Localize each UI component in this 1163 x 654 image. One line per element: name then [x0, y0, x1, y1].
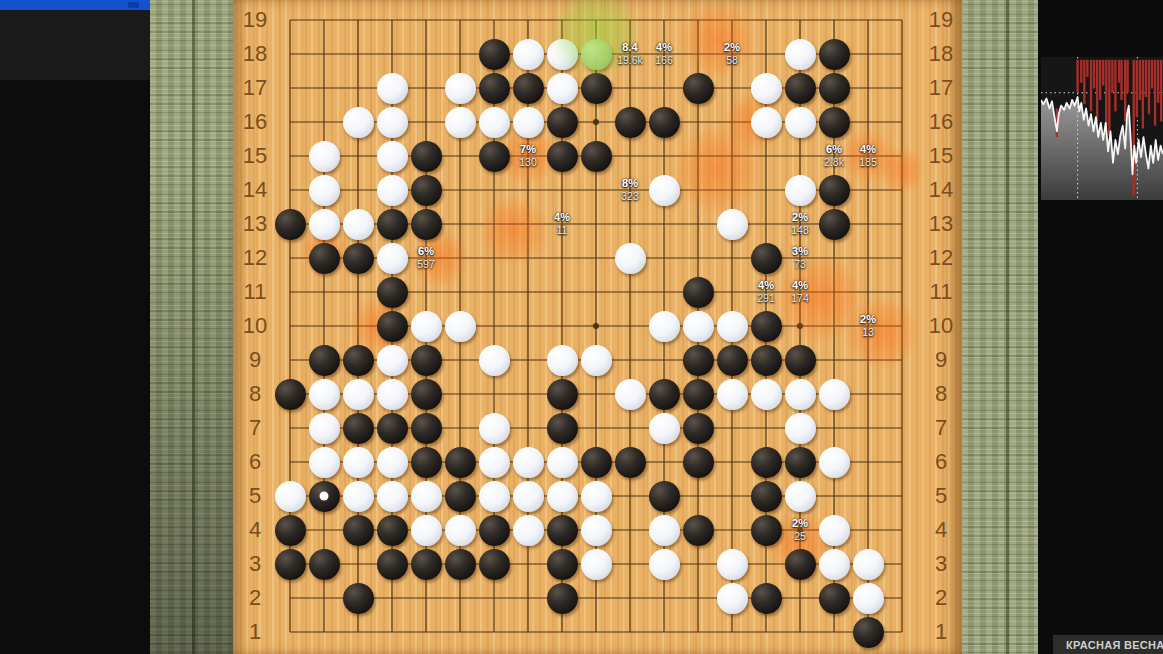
black-stone [683, 73, 714, 104]
white-stone [377, 73, 408, 104]
white-stone [819, 549, 850, 580]
white-stone [751, 73, 782, 104]
suggestion-visits: 130 [519, 156, 537, 169]
white-stone [581, 515, 612, 546]
black-stone [343, 583, 374, 614]
coordinate-label: 4 [921, 517, 961, 543]
coordinate-label: 15 [921, 143, 961, 169]
black-stone [343, 243, 374, 274]
white-stone [785, 39, 816, 70]
black-stone [479, 39, 510, 70]
white-stone [649, 549, 680, 580]
coordinate-label: 19 [921, 7, 961, 33]
coordinate-label: 8 [921, 381, 961, 407]
white-stone [751, 107, 782, 138]
white-stone [853, 583, 884, 614]
coordinate-label: 12 [921, 245, 961, 271]
black-stone [751, 311, 782, 342]
white-stone [275, 481, 306, 512]
tatami-shadow [150, 0, 233, 654]
white-stone [785, 379, 816, 410]
black-stone [819, 73, 850, 104]
black-stone [819, 107, 850, 138]
suggestion-winrate: 8% [622, 177, 638, 190]
white-stone [309, 379, 340, 410]
white-stone [343, 379, 374, 410]
coordinate-label: 6 [235, 449, 275, 475]
black-stone [581, 447, 612, 478]
coordinate-label: 19 [235, 7, 275, 33]
black-stone [819, 39, 850, 70]
black-stone [411, 345, 442, 376]
white-stone [513, 515, 544, 546]
white-stone [343, 107, 374, 138]
white-stone [785, 481, 816, 512]
white-stone [445, 515, 476, 546]
screenshot-root: 19181716151413121110987654321 1918171615… [0, 0, 1163, 654]
suggestion-winrate: 4% [860, 143, 876, 156]
black-stone [819, 583, 850, 614]
move-suggestion[interactable]: 4%166 [636, 41, 692, 67]
black-stone [411, 175, 442, 206]
white-stone [445, 311, 476, 342]
white-stone [411, 515, 442, 546]
black-stone [683, 447, 714, 478]
coordinate-label: 1 [235, 619, 275, 645]
black-stone [785, 549, 816, 580]
white-stone [445, 107, 476, 138]
move-suggestion[interactable]: 8%323 [602, 177, 658, 203]
suggestion-winrate: 2% [792, 211, 808, 224]
suggestion-winrate: 2% [860, 313, 876, 326]
suggestion-visits: 323 [621, 190, 639, 203]
coordinate-label: 9 [235, 347, 275, 373]
coordinate-label: 13 [235, 211, 275, 237]
white-stone [547, 481, 578, 512]
move-suggestion[interactable]: 4%11 [534, 211, 590, 237]
suggestion-visits: 185 [859, 156, 877, 169]
white-stone [581, 345, 612, 376]
black-stone [377, 413, 408, 444]
coordinate-label: 5 [235, 483, 275, 509]
suggestion-visits: 166 [655, 54, 673, 67]
black-stone [649, 107, 680, 138]
white-stone [853, 549, 884, 580]
watermark-text: КРАСНАЯ ВЕСНА [1066, 639, 1163, 651]
black-stone [479, 73, 510, 104]
black-stone [275, 515, 306, 546]
black-stone [445, 481, 476, 512]
white-stone [377, 175, 408, 206]
coordinate-label: 7 [235, 415, 275, 441]
black-stone [751, 447, 782, 478]
coordinate-label: 18 [921, 41, 961, 67]
suggestion-winrate: 4% [656, 41, 672, 54]
black-stone [411, 141, 442, 172]
black-stone [649, 481, 680, 512]
black-stone [785, 447, 816, 478]
white-stone [649, 311, 680, 342]
white-stone [581, 481, 612, 512]
suggestion-visits: 148 [791, 224, 809, 237]
black-stone [683, 277, 714, 308]
tatami-mat-right [962, 0, 1038, 654]
coordinate-label: 17 [235, 75, 275, 101]
white-stone [751, 379, 782, 410]
white-stone [683, 311, 714, 342]
coordinate-label: 17 [921, 75, 961, 101]
white-stone [717, 379, 748, 410]
white-stone [785, 107, 816, 138]
black-stone [275, 209, 306, 240]
coordinate-label: 2 [921, 585, 961, 611]
black-stone [853, 617, 884, 648]
white-stone [377, 107, 408, 138]
white-stone [649, 413, 680, 444]
coordinate-label: 10 [235, 313, 275, 339]
black-stone [547, 515, 578, 546]
white-stone [309, 447, 340, 478]
white-stone [717, 209, 748, 240]
suggestion-winrate: 6% [418, 245, 434, 258]
white-stone [547, 345, 578, 376]
left-panel [0, 10, 150, 80]
white-stone [377, 447, 408, 478]
black-stone [479, 549, 510, 580]
white-stone [649, 515, 680, 546]
move-suggestion[interactable]: 4%174 [772, 279, 828, 305]
black-stone [683, 345, 714, 376]
black-stone [683, 413, 714, 444]
move-suggestion[interactable]: 6%597 [398, 245, 454, 271]
coordinate-label: 4 [235, 517, 275, 543]
white-stone [343, 447, 374, 478]
top-left-blue-bar [0, 0, 150, 10]
coordinate-label: 6 [921, 449, 961, 475]
coordinate-label: 9 [921, 347, 961, 373]
board-grid[interactable]: 8.419.6k4%1662%587%1306%2.8k4%1858%3234%… [290, 20, 902, 632]
coordinate-label: 14 [921, 177, 961, 203]
tatami-mat-left [150, 0, 233, 654]
white-stone [717, 549, 748, 580]
coordinate-label: 11 [921, 279, 961, 305]
white-stone [309, 141, 340, 172]
suggestion-visits: 174 [791, 292, 809, 305]
white-stone [309, 413, 340, 444]
suggestion-winrate: 7% [520, 143, 536, 156]
white-stone [547, 447, 578, 478]
black-stone [445, 549, 476, 580]
coordinate-label: 13 [921, 211, 961, 237]
suggestion-visits: 58 [726, 54, 738, 67]
black-stone [309, 481, 340, 512]
black-stone [581, 141, 612, 172]
black-stone [751, 345, 782, 376]
black-stone [785, 345, 816, 376]
black-stone [547, 413, 578, 444]
white-stone [581, 549, 612, 580]
white-stone [445, 73, 476, 104]
white-stone [513, 447, 544, 478]
white-stone [479, 481, 510, 512]
white-stone [309, 175, 340, 206]
move-suggestion[interactable]: 2%13 [840, 313, 896, 339]
white-stone [479, 345, 510, 376]
white-stone [717, 583, 748, 614]
black-stone [377, 549, 408, 580]
black-stone [717, 345, 748, 376]
coordinate-label: 3 [235, 551, 275, 577]
blue-bar-icon [128, 2, 139, 8]
white-stone [785, 175, 816, 206]
black-stone [275, 549, 306, 580]
black-stone [547, 107, 578, 138]
coordinate-label: 18 [235, 41, 275, 67]
coordinate-label: 1 [921, 619, 961, 645]
white-stone [343, 209, 374, 240]
black-stone [581, 73, 612, 104]
black-stone [411, 447, 442, 478]
suggestion-winrate: 3% [792, 245, 808, 258]
black-stone [479, 515, 510, 546]
white-stone [377, 379, 408, 410]
black-stone [683, 515, 714, 546]
suggestion-winrate: 4% [792, 279, 808, 292]
black-stone [309, 243, 340, 274]
white-stone [615, 243, 646, 274]
suggestion-visits: 13 [862, 326, 874, 339]
black-stone [751, 583, 782, 614]
white-stone [343, 481, 374, 512]
white-stone [615, 379, 646, 410]
white-stone [547, 39, 578, 70]
coordinate-label: 8 [235, 381, 275, 407]
suggestion-winrate: 2% [792, 517, 808, 530]
goban: 19181716151413121110987654321 1918171615… [233, 0, 962, 654]
black-stone [615, 107, 646, 138]
white-stone [513, 39, 544, 70]
coordinate-label: 12 [235, 245, 275, 271]
black-stone [751, 481, 782, 512]
white-stone [717, 311, 748, 342]
black-stone [411, 209, 442, 240]
white-stone [377, 345, 408, 376]
suggestion-visits: 597 [417, 258, 435, 271]
black-stone [343, 345, 374, 376]
black-stone [411, 379, 442, 410]
white-stone [479, 107, 510, 138]
suggestion-winrate: 4% [554, 211, 570, 224]
white-stone [377, 481, 408, 512]
news-watermark: КРАСНАЯ ВЕСНА [1053, 635, 1163, 654]
black-stone [547, 379, 578, 410]
white-stone [411, 481, 442, 512]
coordinate-label: 2 [235, 585, 275, 611]
suggestion-visits: 73 [794, 258, 806, 271]
coordinate-label: 16 [921, 109, 961, 135]
tatami-seam [1006, 0, 1009, 654]
white-stone [479, 447, 510, 478]
coordinate-label: 3 [921, 551, 961, 577]
black-stone [683, 379, 714, 410]
black-stone [649, 379, 680, 410]
white-stone [513, 481, 544, 512]
black-stone [377, 209, 408, 240]
black-stone [309, 549, 340, 580]
coordinate-label: 15 [235, 143, 275, 169]
black-stone [309, 345, 340, 376]
black-stone [547, 549, 578, 580]
left-sidebar [0, 0, 150, 654]
black-stone [275, 379, 306, 410]
suggestion-visits: 11 [557, 224, 568, 237]
move-suggestion[interactable]: 7%130 [500, 143, 556, 169]
move-suggestion[interactable]: 4%185 [840, 143, 896, 169]
coordinate-label: 10 [921, 313, 961, 339]
move-suggestion[interactable]: 3%73 [772, 245, 828, 271]
white-stone [411, 311, 442, 342]
white-stone [819, 447, 850, 478]
black-stone [547, 583, 578, 614]
black-stone [343, 515, 374, 546]
black-stone [377, 277, 408, 308]
white-stone [819, 379, 850, 410]
last-move-marker [320, 492, 329, 501]
move-suggestion[interactable]: 2%148 [772, 211, 828, 237]
white-stone [513, 107, 544, 138]
black-stone [377, 311, 408, 342]
white-stone [309, 209, 340, 240]
suggestion-winrate: 2% [724, 41, 740, 54]
black-stone [445, 447, 476, 478]
black-stone [411, 413, 442, 444]
move-suggestion[interactable]: 2%58 [704, 41, 760, 67]
coordinate-label: 16 [235, 109, 275, 135]
coordinate-label: 5 [921, 483, 961, 509]
black-stone [615, 447, 646, 478]
winrate-graph [1041, 57, 1163, 200]
black-stone [785, 73, 816, 104]
coordinate-label: 7 [921, 415, 961, 441]
black-stone [411, 549, 442, 580]
black-stone [343, 413, 374, 444]
white-stone [785, 413, 816, 444]
coordinate-label: 11 [235, 279, 275, 305]
coordinate-label: 14 [235, 177, 275, 203]
suggestion-visits: 25 [794, 530, 806, 543]
black-stone [819, 175, 850, 206]
white-stone [547, 73, 578, 104]
white-stone [479, 413, 510, 444]
black-stone [513, 73, 544, 104]
white-stone [377, 141, 408, 172]
black-stone [377, 515, 408, 546]
move-suggestion[interactable]: 2%25 [772, 517, 828, 543]
